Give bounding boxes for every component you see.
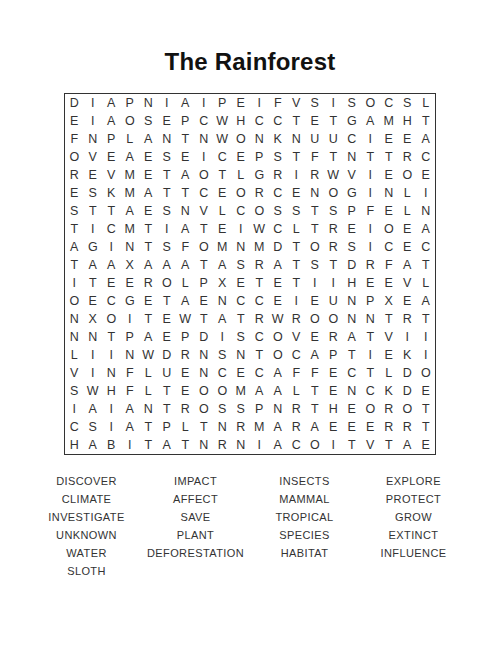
grid-cell: W <box>176 310 195 328</box>
grid-cell: A <box>176 256 195 274</box>
grid-cell: C <box>361 382 380 400</box>
grid-cell: T <box>287 238 306 256</box>
grid-cell: A <box>269 418 288 436</box>
grid-cell: N <box>139 400 158 418</box>
grid-cell: C <box>250 112 269 130</box>
grid-cell: C <box>269 112 288 130</box>
grid-cell: P <box>158 418 177 436</box>
grid-cell: S <box>269 148 288 166</box>
grid-cell: E <box>232 94 251 112</box>
grid-cell: H <box>102 382 121 400</box>
grid-cell: T <box>102 202 121 220</box>
grid-cell: I <box>213 328 232 346</box>
grid-cell: M <box>250 418 269 436</box>
grid-cell: N <box>84 130 103 148</box>
grid-cell: M <box>121 184 140 202</box>
grid-cell: N <box>287 130 306 148</box>
grid-cell: R <box>250 310 269 328</box>
grid-cell: A <box>176 166 195 184</box>
grid-cell: O <box>398 400 417 418</box>
grid-cell: T <box>324 256 343 274</box>
grid-cell: E <box>306 328 325 346</box>
grid-cell: R <box>398 148 417 166</box>
grid-cell: T <box>158 382 177 400</box>
grid-cell: E <box>343 220 362 238</box>
grid-cell: A <box>213 256 232 274</box>
grid-cell: T <box>287 256 306 274</box>
grid-cell: E <box>158 112 177 130</box>
grid-cell: E <box>306 112 325 130</box>
grid-cell: E <box>380 274 399 292</box>
grid-cell: C <box>287 346 306 364</box>
grid-cell: I <box>84 220 103 238</box>
grid-cell: P <box>343 202 362 220</box>
grid-cell: T <box>139 418 158 436</box>
word-item: INSECTS <box>250 472 359 490</box>
grid-cell: R <box>361 256 380 274</box>
grid-cell: S <box>65 202 84 220</box>
grid-cell: I <box>195 94 214 112</box>
grid-cell: W <box>324 166 343 184</box>
grid-cell: R <box>213 436 232 454</box>
grid-cell: T <box>84 202 103 220</box>
grid-cell: O <box>361 400 380 418</box>
grid-cell: T <box>176 130 195 148</box>
grid-cell: N <box>343 148 362 166</box>
grid-cell: R <box>176 400 195 418</box>
grid-cell: F <box>176 238 195 256</box>
grid-cell: E <box>269 292 288 310</box>
grid-cell: V <box>102 166 121 184</box>
grid-cell: A <box>139 256 158 274</box>
grid-cell: M <box>380 112 399 130</box>
word-item: DISCOVER <box>32 472 141 490</box>
grid-cell: I <box>250 94 269 112</box>
grid-cell: I <box>65 400 84 418</box>
grid-cell: O <box>324 184 343 202</box>
word-item: EXTINCT <box>359 526 468 544</box>
grid-cell: R <box>398 418 417 436</box>
grid-cell: A <box>121 418 140 436</box>
grid-cell: O <box>158 274 177 292</box>
word-list-column: INSECTSMAMMALTROPICALSPECIESHABITAT <box>250 472 359 580</box>
grid-cell: E <box>139 202 158 220</box>
grid-cell: N <box>65 328 84 346</box>
grid-cell: N <box>158 130 177 148</box>
grid-cell: N <box>232 436 251 454</box>
grid-cell: N <box>121 346 140 364</box>
grid-cell: A <box>250 382 269 400</box>
grid-cell: T <box>102 328 121 346</box>
grid-cell: I <box>84 94 103 112</box>
word-item: AFFECT <box>141 490 250 508</box>
grid-cell: E <box>176 148 195 166</box>
word-search-grid: DIAPNIAIPEIFVSISOCSLEIAOSEPCWHCCTETGAMHT… <box>64 93 436 455</box>
grid-cell: A <box>65 238 84 256</box>
grid-cell: T <box>158 184 177 202</box>
grid-cell: I <box>361 346 380 364</box>
grid-cell: W <box>84 382 103 400</box>
grid-cell: N <box>195 436 214 454</box>
grid-cell: T <box>306 202 325 220</box>
grid-cell: A <box>102 112 121 130</box>
grid-cell: R <box>324 238 343 256</box>
grid-cell: E <box>343 418 362 436</box>
grid-cell: T <box>380 436 399 454</box>
word-item: SLOTH <box>32 562 141 580</box>
grid-cell: N <box>84 328 103 346</box>
grid-cell: E <box>398 130 417 148</box>
grid-cell: A <box>176 94 195 112</box>
grid-cell: U <box>324 292 343 310</box>
grid-cell: N <box>139 94 158 112</box>
grid-cell: I <box>287 292 306 310</box>
grid-cell: S <box>343 238 362 256</box>
grid-cell: E <box>398 292 417 310</box>
grid-cell: E <box>417 436 436 454</box>
grid-cell: A <box>158 256 177 274</box>
grid-cell: O <box>213 382 232 400</box>
grid-cell: L <box>176 418 195 436</box>
grid-cell: E <box>361 418 380 436</box>
grid-cell: C <box>269 184 288 202</box>
grid-cell: N <box>176 202 195 220</box>
grid-cell: E <box>380 346 399 364</box>
grid-cell: S <box>232 400 251 418</box>
grid-cell: V <box>65 364 84 382</box>
grid-cell: T <box>343 436 362 454</box>
grid-cell: M <box>121 166 140 184</box>
word-item: GROW <box>359 508 468 526</box>
grid-cell: R <box>65 166 84 184</box>
word-list: DISCOVERCLIMATEINVESTIGATEUNKNOWNWATERSL… <box>32 472 468 580</box>
grid-cell: L <box>139 364 158 382</box>
grid-cell: E <box>417 382 436 400</box>
grid-cell: T <box>139 436 158 454</box>
grid-cell: W <box>213 112 232 130</box>
grid-cell: I <box>306 274 325 292</box>
grid-cell: X <box>380 292 399 310</box>
grid-cell: E <box>232 364 251 382</box>
grid-cell: T <box>361 364 380 382</box>
grid-cell: V <box>361 436 380 454</box>
grid-cell: P <box>250 400 269 418</box>
grid-cell: I <box>102 238 121 256</box>
grid-cell: F <box>269 94 288 112</box>
grid-cell: L <box>287 382 306 400</box>
grid-cell: T <box>306 382 325 400</box>
grid-cell: O <box>269 346 288 364</box>
grid-cell: H <box>232 112 251 130</box>
grid-cell: R <box>306 166 325 184</box>
grid-cell: N <box>213 418 232 436</box>
grid-cell: I <box>158 94 177 112</box>
grid-cell: N <box>269 400 288 418</box>
grid-cell: T <box>361 328 380 346</box>
grid-cell: N <box>232 346 251 364</box>
grid-cell: R <box>287 400 306 418</box>
grid-cell: I <box>361 238 380 256</box>
grid-cell: T <box>139 238 158 256</box>
grid-cell: R <box>250 184 269 202</box>
grid-cell: I <box>417 346 436 364</box>
grid-cell: T <box>250 346 269 364</box>
grid-cell: R <box>269 166 288 184</box>
grid-cell: A <box>139 184 158 202</box>
grid-cell: E <box>65 112 84 130</box>
grid-cell: A <box>343 328 362 346</box>
word-item: PLANT <box>141 526 250 544</box>
grid-cell: F <box>361 202 380 220</box>
grid-cell: C <box>380 94 399 112</box>
word-item: MAMMAL <box>250 490 359 508</box>
grid-cell: R <box>176 346 195 364</box>
grid-cell: C <box>102 292 121 310</box>
grid-cell: S <box>65 382 84 400</box>
word-item: SAVE <box>141 508 250 526</box>
grid-cell: F <box>287 364 306 382</box>
grid-cell: O <box>195 166 214 184</box>
grid-cell: B <box>102 436 121 454</box>
grid-cell: D <box>158 346 177 364</box>
grid-cell: S <box>84 418 103 436</box>
grid-cell: R <box>324 220 343 238</box>
grid-cell: E <box>213 184 232 202</box>
page: The Rainforest DIAPNIAIPEIFVSISOCSLEIAOS… <box>0 0 500 647</box>
grid-cell: L <box>398 184 417 202</box>
grid-cell: E <box>158 310 177 328</box>
word-item: DEFORESTATION <box>141 544 250 562</box>
grid-cell: E <box>121 274 140 292</box>
grid-cell: S <box>158 202 177 220</box>
grid-cell: C <box>195 112 214 130</box>
grid-cell: R <box>380 418 399 436</box>
grid-cell: T <box>380 310 399 328</box>
grid-cell: L <box>65 346 84 364</box>
grid-cell: C <box>250 292 269 310</box>
grid-cell: L <box>213 202 232 220</box>
grid-cell: T <box>195 220 214 238</box>
grid-cell: A <box>84 436 103 454</box>
grid-cell: G <box>343 112 362 130</box>
grid-cell: A <box>139 130 158 148</box>
grid-cell: I <box>398 328 417 346</box>
grid-cell: E <box>380 166 399 184</box>
grid-cell: I <box>102 418 121 436</box>
grid-cell: I <box>232 220 251 238</box>
grid-cell: S <box>158 148 177 166</box>
grid-cell: N <box>195 130 214 148</box>
grid-cell: E <box>84 292 103 310</box>
grid-cell: U <box>306 130 325 148</box>
grid-cell: T <box>158 400 177 418</box>
grid-cell: N <box>102 364 121 382</box>
grid-cell: T <box>343 346 362 364</box>
word-list-column: DISCOVERCLIMATEINVESTIGATEUNKNOWNWATERSL… <box>32 472 141 580</box>
grid-cell: I <box>102 346 121 364</box>
grid-cell: R <box>287 310 306 328</box>
grid-cell: N <box>380 184 399 202</box>
grid-cell: P <box>102 130 121 148</box>
grid-cell: A <box>398 436 417 454</box>
word-item: HABITAT <box>250 544 359 562</box>
word-item: UNKNOWN <box>32 526 141 544</box>
grid-cell: A <box>176 292 195 310</box>
grid-cell: E <box>306 292 325 310</box>
grid-cell: T <box>176 184 195 202</box>
grid-cell: O <box>361 94 380 112</box>
word-item: INVESTIGATE <box>32 508 141 526</box>
grid-cell: A <box>417 130 436 148</box>
grid-cell: M <box>232 382 251 400</box>
grid-cell: O <box>195 400 214 418</box>
grid-cell: N <box>343 382 362 400</box>
puzzle-title: The Rainforest <box>0 0 500 75</box>
grid-cell: M <box>250 238 269 256</box>
grid-cell: C <box>250 364 269 382</box>
grid-cell: C <box>232 292 251 310</box>
grid-cell: E <box>176 364 195 382</box>
grid-cell: P <box>195 274 214 292</box>
grid-cell: I <box>121 436 140 454</box>
grid-cell: O <box>324 310 343 328</box>
grid-cell: E <box>139 148 158 166</box>
grid-cell: A <box>269 256 288 274</box>
grid-cell: E <box>176 382 195 400</box>
grid-cell: A <box>269 436 288 454</box>
grid-cell: I <box>195 148 214 166</box>
grid-cell: R <box>139 274 158 292</box>
grid-cell: E <box>324 382 343 400</box>
grid-cell: N <box>306 184 325 202</box>
grid-cell: U <box>158 364 177 382</box>
grid-cell: I <box>287 166 306 184</box>
grid-cell: O <box>65 292 84 310</box>
grid-cell: H <box>324 400 343 418</box>
grid-cell: N <box>343 310 362 328</box>
grid-cell: T <box>417 400 436 418</box>
grid-cell: L <box>287 220 306 238</box>
grid-cell: O <box>195 382 214 400</box>
word-list-column: IMPACTAFFECTSAVEPLANTDEFORESTATION <box>141 472 250 580</box>
grid-cell: I <box>324 274 343 292</box>
grid-cell: O <box>250 202 269 220</box>
grid-cell: E <box>380 130 399 148</box>
grid-cell: A <box>121 148 140 166</box>
grid-cell: R <box>287 418 306 436</box>
grid-cell: T <box>158 166 177 184</box>
grid-cell: D <box>65 94 84 112</box>
grid-cell: R <box>380 400 399 418</box>
grid-cell: S <box>324 202 343 220</box>
grid-cell: I <box>361 166 380 184</box>
grid-cell: S <box>232 328 251 346</box>
grid-cell: O <box>306 436 325 454</box>
grid-cell: R <box>232 418 251 436</box>
grid-cell: A <box>269 382 288 400</box>
grid-cell: A <box>121 202 140 220</box>
grid-cell: T <box>380 148 399 166</box>
grid-cell: T <box>324 112 343 130</box>
grid-cell: I <box>65 274 84 292</box>
grid-cell: P <box>176 112 195 130</box>
grid-cell: A <box>139 328 158 346</box>
grid-cell: T <box>287 274 306 292</box>
grid-cell: T <box>195 418 214 436</box>
grid-cell: L <box>139 382 158 400</box>
grid-cell: F <box>306 364 325 382</box>
word-item: TROPICAL <box>250 508 359 526</box>
grid-cell: X <box>213 274 232 292</box>
grid-cell: O <box>65 148 84 166</box>
grid-cell: C <box>417 148 436 166</box>
grid-cell: O <box>380 220 399 238</box>
grid-cell: C <box>213 364 232 382</box>
grid-cell: D <box>343 256 362 274</box>
grid-cell: A <box>269 364 288 382</box>
grid-cell: C <box>232 202 251 220</box>
grid-cell: A <box>84 400 103 418</box>
grid-cell: A <box>102 256 121 274</box>
grid-cell: E <box>213 220 232 238</box>
grid-cell: C <box>102 220 121 238</box>
grid-cell: O <box>306 310 325 328</box>
grid-cell: T <box>287 148 306 166</box>
grid-cell: E <box>139 292 158 310</box>
grid-cell: I <box>121 310 140 328</box>
grid-cell: G <box>84 238 103 256</box>
grid-cell: C <box>213 148 232 166</box>
grid-cell: P <box>324 346 343 364</box>
grid-cell: E <box>324 364 343 382</box>
grid-cell: D <box>269 238 288 256</box>
grid-cell: A <box>158 436 177 454</box>
grid-cell: A <box>417 292 436 310</box>
grid-cell: W <box>139 346 158 364</box>
grid-cell: E <box>380 202 399 220</box>
grid-cell: O <box>232 130 251 148</box>
grid-cell: N <box>417 202 436 220</box>
grid-cell: E <box>158 328 177 346</box>
grid-cell: A <box>176 220 195 238</box>
grid-cell: N <box>65 310 84 328</box>
grid-cell: S <box>306 256 325 274</box>
grid-cell: A <box>306 418 325 436</box>
grid-cell: T <box>306 220 325 238</box>
grid-cell: M <box>213 238 232 256</box>
grid-cell: F <box>121 382 140 400</box>
grid-cell: S <box>139 112 158 130</box>
grid-cell: T <box>158 292 177 310</box>
grid-cell: T <box>213 166 232 184</box>
grid-cell: M <box>121 220 140 238</box>
grid-cell: T <box>84 274 103 292</box>
grid-cell: C <box>65 418 84 436</box>
grid-cell: T <box>287 112 306 130</box>
grid-cell: H <box>65 436 84 454</box>
word-item: CLIMATE <box>32 490 141 508</box>
grid-cell: D <box>398 364 417 382</box>
grid-cell: V <box>195 202 214 220</box>
grid-cell: T <box>417 112 436 130</box>
grid-cell: V <box>84 148 103 166</box>
grid-cell: L <box>380 364 399 382</box>
grid-cell: I <box>361 130 380 148</box>
grid-cell: O <box>232 184 251 202</box>
grid-cell: A <box>306 346 325 364</box>
grid-cell: A <box>84 256 103 274</box>
grid-cell: E <box>84 166 103 184</box>
